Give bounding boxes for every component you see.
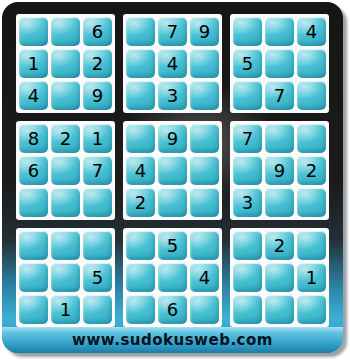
- cell-r4c5[interactable]: 9: [158, 124, 187, 153]
- cell-r8c5[interactable]: [158, 263, 187, 292]
- cell-r1c9[interactable]: 4: [297, 17, 326, 46]
- cell-r1c4[interactable]: [126, 17, 155, 46]
- cell-r9c9[interactable]: [297, 295, 326, 324]
- cell-r5c7[interactable]: [233, 156, 262, 185]
- cell-r9c2[interactable]: 1: [51, 295, 80, 324]
- cell-r9c5[interactable]: 6: [158, 295, 187, 324]
- cell-r9c1[interactable]: [19, 295, 48, 324]
- cell-r3c1[interactable]: 4: [19, 81, 48, 110]
- cell-r3c6[interactable]: [190, 81, 219, 110]
- cell-r3c5[interactable]: 3: [158, 81, 187, 110]
- cell-r8c9[interactable]: 1: [297, 263, 326, 292]
- cell-r4c9[interactable]: [297, 124, 326, 153]
- cell-r3c8[interactable]: 7: [265, 81, 294, 110]
- cell-r8c1[interactable]: [19, 263, 48, 292]
- box-1-3: 457: [230, 14, 329, 113]
- cell-r1c5[interactable]: 7: [158, 17, 187, 46]
- cell-r4c6[interactable]: [190, 124, 219, 153]
- cell-r7c8[interactable]: 2: [265, 231, 294, 260]
- cell-r4c7[interactable]: 7: [233, 124, 262, 153]
- cell-r6c1[interactable]: [19, 188, 48, 217]
- cell-r6c2[interactable]: [51, 188, 80, 217]
- cell-r8c2[interactable]: [51, 263, 80, 292]
- site-url: www.sudokusweb.com: [72, 331, 273, 349]
- cell-r8c7[interactable]: [233, 263, 262, 292]
- cell-r2c9[interactable]: [297, 49, 326, 78]
- box-3-2: 546: [123, 228, 222, 327]
- cell-r6c3[interactable]: [83, 188, 112, 217]
- cell-r8c4[interactable]: [126, 263, 155, 292]
- cell-r7c6[interactable]: [190, 231, 219, 260]
- box-2-1: 82167: [16, 121, 115, 220]
- cell-r6c9[interactable]: [297, 188, 326, 217]
- cell-r5c3[interactable]: 7: [83, 156, 112, 185]
- cell-r9c4[interactable]: [126, 295, 155, 324]
- box-1-2: 7943: [123, 14, 222, 113]
- cell-r4c8[interactable]: [265, 124, 294, 153]
- cell-r2c8[interactable]: [265, 49, 294, 78]
- cell-r2c7[interactable]: 5: [233, 49, 262, 78]
- box-2-2: 942: [123, 121, 222, 220]
- cell-r3c4[interactable]: [126, 81, 155, 110]
- cell-r1c8[interactable]: [265, 17, 294, 46]
- cell-r5c8[interactable]: 9: [265, 156, 294, 185]
- cell-r2c4[interactable]: [126, 49, 155, 78]
- cell-r7c2[interactable]: [51, 231, 80, 260]
- cell-r5c6[interactable]: [190, 156, 219, 185]
- cell-r9c7[interactable]: [233, 295, 262, 324]
- cell-r7c1[interactable]: [19, 231, 48, 260]
- box-3-3: 21: [230, 228, 329, 327]
- box-1-1: 61249: [16, 14, 115, 113]
- cell-r7c9[interactable]: [297, 231, 326, 260]
- cell-r6c7[interactable]: 3: [233, 188, 262, 217]
- cell-r7c3[interactable]: [83, 231, 112, 260]
- cell-r3c9[interactable]: [297, 81, 326, 110]
- cell-r3c7[interactable]: [233, 81, 262, 110]
- cell-r4c2[interactable]: 2: [51, 124, 80, 153]
- cell-r4c4[interactable]: [126, 124, 155, 153]
- cell-r2c5[interactable]: 4: [158, 49, 187, 78]
- cell-r3c3[interactable]: 9: [83, 81, 112, 110]
- cell-r1c6[interactable]: 9: [190, 17, 219, 46]
- cell-r5c5[interactable]: [158, 156, 187, 185]
- cell-r7c4[interactable]: [126, 231, 155, 260]
- cell-r9c3[interactable]: [83, 295, 112, 324]
- cell-r9c6[interactable]: [190, 295, 219, 324]
- cell-r8c8[interactable]: [265, 263, 294, 292]
- cell-r8c6[interactable]: 4: [190, 263, 219, 292]
- cell-r5c2[interactable]: [51, 156, 80, 185]
- cell-r1c1[interactable]: [19, 17, 48, 46]
- cell-r1c7[interactable]: [233, 17, 262, 46]
- sudoku-board: 6124979434578216794279235154621 www.sudo…: [2, 2, 343, 353]
- cell-r6c5[interactable]: [158, 188, 187, 217]
- cell-r5c9[interactable]: 2: [297, 156, 326, 185]
- cell-r5c1[interactable]: 6: [19, 156, 48, 185]
- cell-r6c8[interactable]: [265, 188, 294, 217]
- cell-r6c6[interactable]: [190, 188, 219, 217]
- footer-bar: www.sudokusweb.com: [2, 327, 343, 353]
- cell-r1c3[interactable]: 6: [83, 17, 112, 46]
- cell-r8c3[interactable]: 5: [83, 263, 112, 292]
- cell-r6c4[interactable]: 2: [126, 188, 155, 217]
- sudoku-grid: 6124979434578216794279235154621: [16, 14, 329, 327]
- box-3-1: 51: [16, 228, 115, 327]
- cell-r5c4[interactable]: 4: [126, 156, 155, 185]
- cell-r2c3[interactable]: 2: [83, 49, 112, 78]
- cell-r1c2[interactable]: [51, 17, 80, 46]
- cell-r9c8[interactable]: [265, 295, 294, 324]
- cell-r3c2[interactable]: [51, 81, 80, 110]
- box-2-3: 7923: [230, 121, 329, 220]
- cell-r2c2[interactable]: [51, 49, 80, 78]
- cell-r4c1[interactable]: 8: [19, 124, 48, 153]
- cell-r2c6[interactable]: [190, 49, 219, 78]
- cell-r4c3[interactable]: 1: [83, 124, 112, 153]
- cell-r7c5[interactable]: 5: [158, 231, 187, 260]
- cell-r2c1[interactable]: 1: [19, 49, 48, 78]
- cell-r7c7[interactable]: [233, 231, 262, 260]
